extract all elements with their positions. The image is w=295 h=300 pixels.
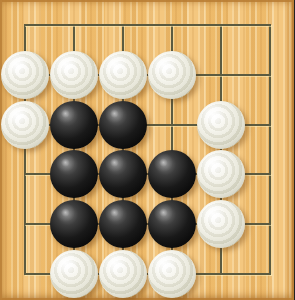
intersection[interactable]: ● [50, 100, 99, 150]
stone-black[interactable]: ● [99, 200, 147, 248]
intersection[interactable]: ● [99, 199, 148, 249]
intersection[interactable] [246, 249, 295, 299]
intersection[interactable] [197, 50, 246, 100]
stone-black[interactable]: ● [148, 200, 196, 248]
stone-white[interactable]: ○ [99, 250, 147, 298]
intersection[interactable]: ● [50, 149, 99, 199]
intersection[interactable]: ○ [148, 249, 197, 299]
intersection[interactable] [148, 100, 197, 150]
intersection[interactable] [1, 249, 50, 299]
intersection[interactable]: ○ [99, 50, 148, 100]
stone-white[interactable]: ○ [197, 200, 245, 248]
stone-black[interactable]: ● [50, 150, 98, 198]
intersection[interactable] [246, 149, 295, 199]
intersection[interactable] [148, 0, 197, 50]
stone-black[interactable]: ● [148, 150, 196, 198]
stone-white[interactable]: ○ [99, 51, 147, 99]
stone-white[interactable]: ○ [1, 101, 49, 149]
intersection[interactable] [1, 149, 50, 199]
intersection[interactable]: ● [50, 199, 99, 249]
intersection[interactable]: ○ [148, 50, 197, 100]
stone-black[interactable]: ● [50, 200, 98, 248]
intersection[interactable] [197, 0, 246, 50]
stone-black[interactable]: ● [99, 150, 147, 198]
intersection[interactable]: ○ [197, 100, 246, 150]
intersection[interactable]: ● [148, 199, 197, 249]
stone-white[interactable]: ○ [197, 101, 245, 149]
intersection[interactable]: ○ [1, 50, 50, 100]
stone-black[interactable]: ● [50, 101, 98, 149]
intersection[interactable]: ● [99, 149, 148, 199]
intersection[interactable]: ○ [197, 149, 246, 199]
intersection[interactable]: ○ [99, 249, 148, 299]
go-board[interactable]: ○○○○○●●○●●●○●●●○○○○ [1, 0, 295, 299]
intersection[interactable] [246, 100, 295, 150]
stone-white[interactable]: ○ [50, 250, 98, 298]
intersection[interactable] [1, 0, 50, 50]
intersection[interactable] [50, 0, 99, 50]
stone-white[interactable]: ○ [148, 51, 196, 99]
intersection[interactable]: ● [99, 100, 148, 150]
stone-white[interactable]: ○ [148, 250, 196, 298]
intersection[interactable] [246, 50, 295, 100]
intersection[interactable] [246, 199, 295, 249]
stone-black[interactable]: ● [99, 101, 147, 149]
intersection[interactable]: ● [148, 149, 197, 199]
intersection[interactable]: ○ [50, 50, 99, 100]
intersection[interactable]: ○ [50, 249, 99, 299]
intersection[interactable] [1, 199, 50, 249]
go-board-app: ○○○○○●●○●●●○●●●○○○○ [0, 0, 294, 300]
intersection[interactable] [197, 249, 246, 299]
intersection[interactable]: ○ [197, 199, 246, 249]
stone-white[interactable]: ○ [197, 150, 245, 198]
intersection[interactable]: ○ [1, 100, 50, 150]
stone-white[interactable]: ○ [1, 51, 49, 99]
intersection[interactable] [99, 0, 148, 50]
stone-white[interactable]: ○ [50, 51, 98, 99]
intersection[interactable] [246, 0, 295, 50]
